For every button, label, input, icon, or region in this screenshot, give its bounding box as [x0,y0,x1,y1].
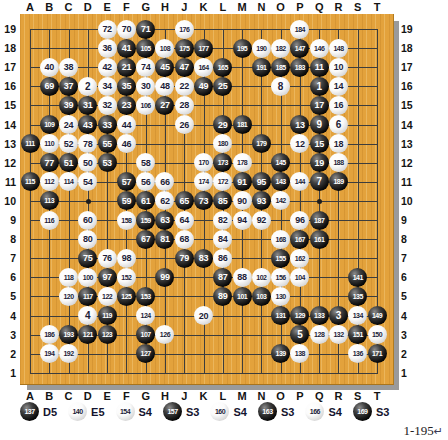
stone-black-105-G18: 105 [136,39,155,58]
coord-label-bottom-P: P [296,390,303,402]
stone-white-32-E15: 32 [98,96,117,115]
stone-black-165-L17: 165 [213,58,232,77]
coord-label-top-E: E [103,1,110,13]
stone-white-64-J9: 64 [175,211,194,230]
stone-white-116-B9: 116 [40,211,59,230]
row-label-left-10: 10 [0,195,16,207]
repeat-move-169: 169S3 [353,402,389,421]
coord-label-top-O: O [276,1,285,13]
repeat-move-154: 154S4 [116,402,152,421]
repeat-stone-white-154: 154 [116,402,135,421]
row-label-right-9: 9 [401,214,421,226]
stone-white-16-R15: 16 [329,96,348,115]
stone-white-28-J15: 28 [175,96,194,115]
move-range-text: 1-195 [403,423,433,438]
stone-black-79-J7: 79 [175,249,194,268]
row-label-left-11: 11 [0,176,16,188]
stone-white-8-O16: 8 [271,77,290,96]
stone-black-67-G8: 67 [136,230,155,249]
stone-white-182-O18: 182 [271,39,290,58]
stone-black-53-E12: 53 [98,153,117,172]
stone-black-35-F16: 35 [117,77,136,96]
stone-black-69-B16: 69 [40,77,59,96]
coord-label-bottom-Q: Q [315,390,324,402]
coord-label-bottom-R: R [334,390,342,402]
coord-label-top-C: C [65,1,73,13]
stone-black-7-Q11: 7 [310,172,329,191]
stone-black-1-Q16: 1 [310,77,329,96]
stone-white-80-D8: 80 [78,230,97,249]
stone-white-158-F9: 158 [117,211,136,230]
stone-white-18-R13: 18 [329,134,348,153]
stone-black-3-R4: 3 [329,306,348,325]
stone-white-190-N18: 190 [252,39,271,58]
coord-label-top-Q: Q [315,1,324,13]
star-point-D10 [86,199,91,204]
stone-white-96-P9: 96 [290,211,309,230]
stone-black-63-H9: 63 [155,211,174,230]
repeat-stone-black-169: 169 [353,402,372,421]
row-label-right-1: 1 [401,367,421,379]
stone-white-132-R3: 132 [329,325,348,344]
row-label-left-15: 15 [0,99,16,111]
row-label-right-5: 5 [401,290,421,302]
stone-black-49-K16: 49 [194,77,213,96]
stone-black-87-L6: 87 [213,268,232,287]
stone-white-162-P7: 162 [290,249,309,268]
coord-label-bottom-T: T [374,390,381,402]
stone-black-21-F17: 21 [117,58,136,77]
stone-black-185-O17: 185 [271,58,290,77]
stone-white-34-E16: 34 [98,77,117,96]
repeat-point-label-163: S3 [281,406,294,418]
stone-white-176-J19: 176 [175,20,194,39]
stone-white-120-C5: 120 [59,287,78,306]
row-label-right-19: 19 [401,23,421,35]
stone-white-14-R16: 14 [329,77,348,96]
stone-white-2-D16: 2 [78,77,97,96]
stone-black-147-P18: 147 [290,39,309,58]
coord-label-top-F: F [123,1,130,13]
row-label-right-4: 4 [401,310,421,322]
coord-label-bottom-E: E [103,390,110,402]
stone-black-109-B14: 109 [40,115,59,134]
coord-label-bottom-C: C [65,390,73,402]
stone-white-118-C6: 118 [59,268,78,287]
grid-line-horizontal [30,373,378,374]
coord-label-bottom-K: K [200,390,208,402]
coord-label-bottom-B: B [45,390,53,402]
row-label-left-13: 13 [0,138,16,150]
row-label-right-11: 11 [401,176,421,188]
coord-label-bottom-S: S [354,390,361,402]
stone-white-146-Q18: 146 [310,39,329,58]
row-label-right-2: 2 [401,348,421,360]
repeat-point-label-154: S4 [139,406,152,418]
repeat-point-label-140: E5 [91,406,104,418]
stone-white-100-D6: 100 [78,268,97,287]
stone-white-108-H18: 108 [155,39,174,58]
coord-label-top-R: R [334,1,342,13]
stone-white-42-E17: 42 [98,58,117,77]
repeat-stone-black-163: 163 [258,402,277,421]
coord-label-top-L: L [219,1,226,13]
stone-black-153-G5: 153 [136,287,155,306]
stone-black-81-H8: 81 [155,230,174,249]
stone-white-38-C17: 38 [59,58,78,77]
repeat-point-label-169: S3 [376,406,389,418]
row-label-right-10: 10 [401,195,421,207]
coord-label-top-M: M [237,1,246,13]
stone-black-15-Q13: 15 [310,134,329,153]
coord-label-top-H: H [161,1,169,13]
coord-label-bottom-J: J [181,390,187,402]
stone-white-178-M12: 178 [233,153,252,172]
stone-white-150-T3: 150 [368,325,387,344]
stone-white-186-B3: 186 [40,325,59,344]
repeat-moves-list: 137D5140E5154S4157S3160S4163S3166S4169S3 [20,402,400,421]
coord-label-bottom-H: H [161,390,169,402]
stone-black-23-F15: 23 [117,96,136,115]
stone-white-74-G17: 74 [136,58,155,77]
row-label-left-3: 3 [0,329,16,341]
stone-black-101-M5: 101 [233,287,252,306]
stone-black-193-C3: 193 [59,325,78,344]
stone-black-155-O7: 155 [271,249,290,268]
stone-white-130-O5: 130 [271,287,290,306]
repeat-stone-white-140: 140 [68,402,87,421]
stone-black-37-C16: 37 [59,77,78,96]
stone-black-131-O4: 131 [271,306,290,325]
row-label-right-13: 13 [401,138,421,150]
coord-label-bottom-O: O [276,390,285,402]
coord-label-top-D: D [84,1,92,13]
stone-black-103-N5: 103 [252,287,271,306]
row-label-right-15: 15 [401,99,421,111]
row-label-left-19: 19 [0,23,16,35]
repeat-point-label-166: S4 [328,406,341,418]
repeat-stone-white-166: 166 [305,402,324,421]
stone-black-175-J18: 175 [175,39,194,58]
stone-white-26-J14: 26 [175,115,194,134]
stone-black-141-S6: 141 [348,268,367,287]
stone-black-187-Q9: 187 [310,211,329,230]
stone-white-106-G15: 106 [136,96,155,115]
row-label-right-17: 17 [401,61,421,73]
stone-white-92-N9: 92 [252,211,271,230]
repeat-point-label-137: D5 [43,406,57,418]
stone-black-9-Q14: 9 [310,115,329,134]
stone-black-115-A11: 115 [21,172,40,191]
stone-black-47-J17: 47 [175,58,194,77]
stone-black-41-F18: 41 [117,39,136,58]
stone-white-148-R18: 148 [329,39,348,58]
stone-white-30-G16: 30 [136,77,155,96]
stone-white-94-M9: 94 [233,211,252,230]
repeat-stone-black-157: 157 [163,402,182,421]
row-label-left-9: 9 [0,214,16,226]
stone-white-184-P19: 184 [290,20,309,39]
stone-black-183-P17: 183 [290,58,309,77]
stone-black-11-Q17: 11 [310,58,329,77]
stone-black-191-N17: 191 [252,58,271,77]
row-label-right-18: 18 [401,42,421,54]
stone-black-39-C15: 39 [59,96,78,115]
stone-black-83-K7: 83 [194,249,213,268]
coord-label-top-B: B [45,1,53,13]
stone-black-25-L16: 25 [213,77,232,96]
coord-label-bottom-L: L [219,390,226,402]
stone-white-168-O8: 168 [271,230,290,249]
row-label-right-6: 6 [401,271,421,283]
stone-white-68-J8: 68 [175,230,194,249]
stone-black-161-Q8: 161 [310,230,329,249]
row-label-left-1: 1 [0,367,16,379]
repeat-move-160: 160S4 [210,402,246,421]
stone-black-91-M11: 91 [233,172,252,191]
stone-black-19-Q12: 19 [310,153,329,172]
row-label-left-7: 7 [0,252,16,264]
row-label-left-5: 5 [0,290,16,302]
stone-white-164-K17: 164 [194,58,213,77]
stone-white-72-E19: 72 [98,20,117,39]
stone-black-135-S5: 135 [348,287,367,306]
stone-black-111-A13: 111 [21,134,40,153]
repeat-move-163: 163S3 [258,402,294,421]
stone-black-71-G19: 71 [136,20,155,39]
repeat-stone-white-160: 160 [210,402,229,421]
stone-white-46-F13: 46 [117,134,136,153]
row-label-left-4: 4 [0,310,16,322]
stone-black-133-Q4: 133 [310,306,329,325]
stone-white-156-O6: 156 [271,268,290,287]
stone-white-40-B17: 40 [40,58,59,77]
stone-white-22-J16: 22 [175,77,194,96]
stone-white-194-B2: 194 [40,344,59,363]
stone-white-122-E5: 122 [98,287,117,306]
stone-white-70-F19: 70 [117,20,136,39]
stone-black-159-G9: 159 [136,211,155,230]
stone-black-75-D7: 75 [78,249,97,268]
stone-black-119-E4: 119 [98,306,117,325]
coord-label-top-G: G [141,1,150,13]
row-label-right-14: 14 [401,119,421,131]
row-label-left-8: 8 [0,233,16,245]
row-label-right-3: 3 [401,329,421,341]
stone-white-152-F6: 152 [117,268,136,287]
stone-black-171-T2: 171 [368,344,387,363]
stone-black-195-M18: 195 [233,39,252,58]
coord-label-top-T: T [374,1,381,13]
stone-black-123-E3: 123 [98,325,117,344]
return-mark: ↵ [434,425,443,437]
row-label-left-16: 16 [0,80,16,92]
stone-white-128-Q3: 128 [310,325,329,344]
row-label-right-12: 12 [401,157,421,169]
coord-label-top-P: P [296,1,303,13]
stone-black-177-K18: 177 [194,39,213,58]
repeat-move-157: 157S3 [163,402,199,421]
coord-label-bottom-D: D [84,390,92,402]
grid-line-horizontal [30,354,378,355]
repeat-point-label-160: S4 [233,406,246,418]
row-label-left-2: 2 [0,348,16,360]
stone-black-97-E6: 97 [98,268,117,287]
coord-label-top-J: J [181,1,187,13]
stone-white-82-L9: 82 [213,211,232,230]
coord-label-top-K: K [200,1,208,13]
stone-black-77-B12: 77 [40,153,59,172]
stone-white-90-M10: 90 [233,191,252,210]
repeat-stone-black-137: 137 [20,402,39,421]
row-label-right-7: 7 [401,252,421,264]
stone-white-52-C13: 52 [59,134,78,153]
go-kifu-diagram: 137D5140E5154S4157S3160S4163S3166S4169S3… [0,0,448,440]
row-label-left-14: 14 [0,119,16,131]
stone-white-102-N6: 102 [252,268,271,287]
stone-white-6-R14: 6 [329,115,348,134]
repeat-move-166: 166S4 [305,402,341,421]
stone-white-36-E18: 36 [98,39,117,58]
row-label-right-16: 16 [401,80,421,92]
stone-black-181-M14: 181 [233,115,252,134]
stone-black-33-E14: 33 [98,115,117,134]
repeat-move-140: 140E5 [68,402,104,421]
stone-black-125-F5: 125 [117,287,136,306]
stone-black-149-T4: 149 [368,306,387,325]
coord-label-top-N: N [257,1,265,13]
stone-white-24-C14: 24 [59,115,78,134]
stone-black-65-J10: 65 [175,191,194,210]
stone-black-55-E13: 55 [98,134,117,153]
stone-white-86-L7: 86 [213,249,232,268]
row-label-left-17: 17 [0,61,16,73]
row-label-left-18: 18 [0,42,16,54]
stone-white-98-F7: 98 [117,249,136,268]
coord-label-bottom-M: M [237,390,246,402]
stone-white-44-F14: 44 [117,115,136,134]
stone-white-20-K4: 20 [194,306,213,325]
stone-white-88-M6: 88 [233,268,252,287]
stone-white-60-D9: 60 [78,211,97,230]
stone-white-110-B13: 110 [40,134,59,153]
stone-white-84-L8: 84 [213,230,232,249]
coord-label-top-S: S [354,1,361,13]
row-label-left-12: 12 [0,157,16,169]
coord-label-bottom-G: G [141,390,150,402]
repeat-point-label-157: S3 [186,406,199,418]
coord-label-bottom-A: A [26,390,34,402]
coord-label-bottom-N: N [257,390,265,402]
coord-label-top-A: A [26,1,34,13]
stone-black-167-P8: 167 [290,230,309,249]
coord-label-bottom-F: F [123,390,130,402]
row-label-left-6: 6 [0,271,16,283]
stone-white-112-B11: 112 [40,172,59,191]
stone-black-17-Q15: 17 [310,96,329,115]
row-label-right-8: 8 [401,233,421,245]
stone-white-10-R17: 10 [329,58,348,77]
stone-white-76-E7: 76 [98,249,117,268]
stone-black-179-N13: 179 [252,134,271,153]
move-range-label: 1-195↵ [403,423,443,439]
repeat-move-137: 137D5 [20,402,57,421]
